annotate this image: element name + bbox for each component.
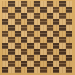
board-grid [2,1,72,73]
board-cell[interactable] [66,67,72,73]
checkerboard [0,0,75,75]
